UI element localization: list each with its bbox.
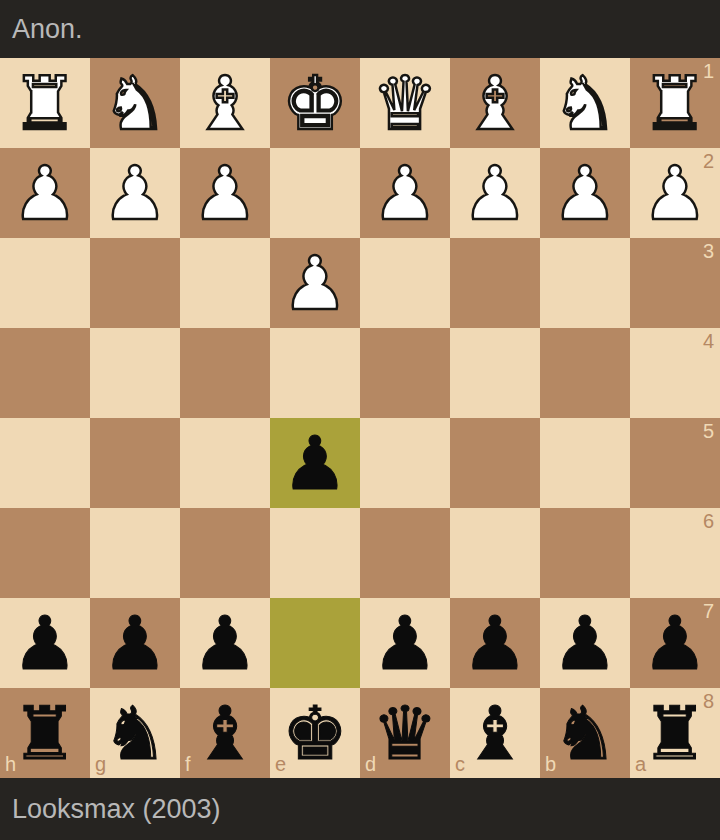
- square-e4[interactable]: [270, 328, 360, 418]
- black-pawn[interactable]: ♟: [0, 598, 90, 688]
- square-b6[interactable]: [540, 508, 630, 598]
- square-f7[interactable]: ♟: [180, 598, 270, 688]
- square-b8[interactable]: ♞b: [540, 688, 630, 778]
- white-knight[interactable]: ♞: [90, 58, 180, 148]
- white-queen[interactable]: ♛: [360, 58, 450, 148]
- square-f8[interactable]: ♝f: [180, 688, 270, 778]
- square-h5[interactable]: [0, 418, 90, 508]
- rank-coordinate-1: 1: [703, 60, 714, 83]
- file-coordinate-b: b: [545, 753, 556, 776]
- square-b4[interactable]: [540, 328, 630, 418]
- square-c3[interactable]: [450, 238, 540, 328]
- square-d7[interactable]: ♟: [360, 598, 450, 688]
- square-d1[interactable]: ♛: [360, 58, 450, 148]
- white-pawn[interactable]: ♟: [270, 238, 360, 328]
- square-d3[interactable]: [360, 238, 450, 328]
- square-a3[interactable]: 3: [630, 238, 720, 328]
- square-a2[interactable]: ♟2: [630, 148, 720, 238]
- white-bishop[interactable]: ♝: [180, 58, 270, 148]
- chess-app: Anon. ♜♞♝♚♛♝♞♜1♟♟♟♟♟♟♟2♟34♟56♟♟♟♟♟♟♟7♜h♞…: [0, 0, 720, 840]
- white-pawn[interactable]: ♟: [540, 148, 630, 238]
- square-e7[interactable]: [270, 598, 360, 688]
- square-c1[interactable]: ♝: [450, 58, 540, 148]
- square-d5[interactable]: [360, 418, 450, 508]
- file-coordinate-a: a: [635, 753, 646, 776]
- square-d4[interactable]: [360, 328, 450, 418]
- square-f1[interactable]: ♝: [180, 58, 270, 148]
- black-pawn[interactable]: ♟: [360, 598, 450, 688]
- square-d2[interactable]: ♟: [360, 148, 450, 238]
- square-h1[interactable]: ♜: [0, 58, 90, 148]
- square-e1[interactable]: ♚: [270, 58, 360, 148]
- black-pawn[interactable]: ♟: [180, 598, 270, 688]
- square-c6[interactable]: [450, 508, 540, 598]
- square-g7[interactable]: ♟: [90, 598, 180, 688]
- square-a4[interactable]: 4: [630, 328, 720, 418]
- black-pawn[interactable]: ♟: [450, 598, 540, 688]
- file-coordinate-g: g: [95, 753, 106, 776]
- square-a8[interactable]: ♜a8: [630, 688, 720, 778]
- square-h8[interactable]: ♜h: [0, 688, 90, 778]
- rank-coordinate-8: 8: [703, 690, 714, 713]
- top-player-bar: Anon.: [0, 0, 720, 58]
- square-a6[interactable]: 6: [630, 508, 720, 598]
- square-e3[interactable]: ♟: [270, 238, 360, 328]
- square-a1[interactable]: ♜1: [630, 58, 720, 148]
- square-b7[interactable]: ♟: [540, 598, 630, 688]
- square-h7[interactable]: ♟: [0, 598, 90, 688]
- square-g8[interactable]: ♞g: [90, 688, 180, 778]
- white-knight[interactable]: ♞: [540, 58, 630, 148]
- black-pawn[interactable]: ♟: [270, 418, 360, 508]
- square-a5[interactable]: 5: [630, 418, 720, 508]
- white-bishop[interactable]: ♝: [450, 58, 540, 148]
- square-c2[interactable]: ♟: [450, 148, 540, 238]
- white-rook[interactable]: ♜: [0, 58, 90, 148]
- square-f2[interactable]: ♟: [180, 148, 270, 238]
- square-f5[interactable]: [180, 418, 270, 508]
- white-pawn[interactable]: ♟: [450, 148, 540, 238]
- square-g3[interactable]: [90, 238, 180, 328]
- white-pawn[interactable]: ♟: [90, 148, 180, 238]
- square-b3[interactable]: [540, 238, 630, 328]
- top-player-name: Anon.: [12, 14, 83, 45]
- bottom-player-name: Looksmax (2003): [12, 794, 221, 825]
- square-b5[interactable]: [540, 418, 630, 508]
- rank-coordinate-5: 5: [703, 420, 714, 443]
- square-h4[interactable]: [0, 328, 90, 418]
- rank-coordinate-2: 2: [703, 150, 714, 173]
- white-pawn[interactable]: ♟: [180, 148, 270, 238]
- square-a7[interactable]: ♟7: [630, 598, 720, 688]
- square-e8[interactable]: ♚e: [270, 688, 360, 778]
- rank-coordinate-6: 6: [703, 510, 714, 533]
- square-c4[interactable]: [450, 328, 540, 418]
- square-c5[interactable]: [450, 418, 540, 508]
- square-h6[interactable]: [0, 508, 90, 598]
- white-pawn[interactable]: ♟: [360, 148, 450, 238]
- square-f3[interactable]: [180, 238, 270, 328]
- square-c8[interactable]: ♝c: [450, 688, 540, 778]
- file-coordinate-f: f: [185, 753, 191, 776]
- rank-coordinate-3: 3: [703, 240, 714, 263]
- black-bishop[interactable]: ♝: [180, 688, 270, 778]
- square-b2[interactable]: ♟: [540, 148, 630, 238]
- square-e5[interactable]: ♟: [270, 418, 360, 508]
- square-d6[interactable]: [360, 508, 450, 598]
- square-g1[interactable]: ♞: [90, 58, 180, 148]
- file-coordinate-c: c: [455, 753, 465, 776]
- black-pawn[interactable]: ♟: [540, 598, 630, 688]
- chess-board: ♜♞♝♚♛♝♞♜1♟♟♟♟♟♟♟2♟34♟56♟♟♟♟♟♟♟7♜h♞g♝f♚e♛…: [0, 58, 720, 778]
- square-h2[interactable]: ♟: [0, 148, 90, 238]
- square-e2[interactable]: [270, 148, 360, 238]
- black-pawn[interactable]: ♟: [90, 598, 180, 688]
- file-coordinate-h: h: [5, 753, 16, 776]
- square-d8[interactable]: ♛d: [360, 688, 450, 778]
- rank-coordinate-7: 7: [703, 600, 714, 623]
- file-coordinate-d: d: [365, 753, 376, 776]
- square-g5[interactable]: [90, 418, 180, 508]
- square-f6[interactable]: [180, 508, 270, 598]
- square-c7[interactable]: ♟: [450, 598, 540, 688]
- square-b1[interactable]: ♞: [540, 58, 630, 148]
- square-e6[interactable]: [270, 508, 360, 598]
- square-g2[interactable]: ♟: [90, 148, 180, 238]
- white-pawn[interactable]: ♟: [0, 148, 90, 238]
- rank-coordinate-4: 4: [703, 330, 714, 353]
- white-king[interactable]: ♚: [270, 58, 360, 148]
- square-g4[interactable]: [90, 328, 180, 418]
- bottom-player-bar: Looksmax (2003): [0, 778, 720, 840]
- square-f4[interactable]: [180, 328, 270, 418]
- square-g6[interactable]: [90, 508, 180, 598]
- square-h3[interactable]: [0, 238, 90, 328]
- file-coordinate-e: e: [275, 753, 286, 776]
